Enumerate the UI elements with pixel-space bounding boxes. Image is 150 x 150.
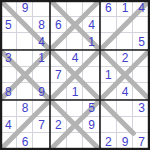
cell-r2c6[interactable]: 4 <box>83 17 100 34</box>
cell-r5c6[interactable] <box>83 67 100 84</box>
cell-r2c9[interactable] <box>133 17 150 34</box>
cell-r4c4[interactable] <box>50 50 67 67</box>
cell-r5c1[interactable] <box>0 67 17 84</box>
cell-r7c7[interactable] <box>100 100 117 117</box>
cell-r9c4[interactable] <box>50 133 67 150</box>
cell-r6c3[interactable]: 9 <box>33 83 50 100</box>
cell-r2c1[interactable]: 5 <box>0 17 17 34</box>
cell-r3c6[interactable]: 1 <box>83 33 100 50</box>
cell-r4c6[interactable] <box>83 50 100 67</box>
cell-r7c5[interactable] <box>67 100 84 117</box>
cell-r8c2[interactable] <box>17 117 34 134</box>
cell-r2c8[interactable] <box>117 17 134 34</box>
cell-r2c3[interactable]: 8 <box>33 17 50 34</box>
cell-r1c1[interactable] <box>0 0 17 17</box>
cell-r6c7[interactable] <box>100 83 117 100</box>
cell-r5c5[interactable] <box>67 67 84 84</box>
cell-r3c2[interactable] <box>17 33 34 50</box>
cell-r3c7[interactable] <box>100 33 117 50</box>
cell-r1c9[interactable]: 4 <box>133 0 150 17</box>
cell-r1c3[interactable] <box>33 0 50 17</box>
cell-r3c5[interactable] <box>67 33 84 50</box>
cell-r7c2[interactable]: 8 <box>17 100 34 117</box>
cell-r4c8[interactable]: 2 <box>117 50 134 67</box>
cell-grid: 96145864415314271891485347296297 <box>0 0 150 150</box>
cell-r1c6[interactable] <box>83 0 100 17</box>
cell-r4c2[interactable] <box>17 50 34 67</box>
cell-r1c8[interactable]: 1 <box>117 0 134 17</box>
cell-r7c9[interactable]: 3 <box>133 100 150 117</box>
cell-r1c4[interactable] <box>50 0 67 17</box>
cell-r9c2[interactable]: 6 <box>17 133 34 150</box>
cell-r8c1[interactable]: 4 <box>0 117 17 134</box>
cell-r4c1[interactable]: 3 <box>0 50 17 67</box>
cell-r5c3[interactable] <box>33 67 50 84</box>
cell-r9c9[interactable]: 7 <box>133 133 150 150</box>
cell-r4c3[interactable]: 1 <box>33 50 50 67</box>
cell-r5c2[interactable] <box>17 67 34 84</box>
cell-r7c4[interactable] <box>50 100 67 117</box>
cell-r9c6[interactable] <box>83 133 100 150</box>
cell-r3c1[interactable] <box>0 33 17 50</box>
cell-r6c1[interactable]: 8 <box>0 83 17 100</box>
cell-r6c6[interactable] <box>83 83 100 100</box>
cell-r2c5[interactable] <box>67 17 84 34</box>
cell-r7c6[interactable]: 5 <box>83 100 100 117</box>
cell-r9c1[interactable] <box>0 133 17 150</box>
cell-r8c3[interactable]: 7 <box>33 117 50 134</box>
cell-r5c7[interactable]: 1 <box>100 67 117 84</box>
cell-r8c6[interactable]: 9 <box>83 117 100 134</box>
cell-r3c4[interactable] <box>50 33 67 50</box>
cell-r7c3[interactable] <box>33 100 50 117</box>
cell-r9c7[interactable]: 2 <box>100 133 117 150</box>
cell-r5c8[interactable] <box>117 67 134 84</box>
cell-r7c1[interactable] <box>0 100 17 117</box>
cell-r6c2[interactable] <box>17 83 34 100</box>
cell-r2c7[interactable] <box>100 17 117 34</box>
cell-r2c2[interactable] <box>17 17 34 34</box>
cell-r9c3[interactable] <box>33 133 50 150</box>
cell-r4c5[interactable]: 4 <box>67 50 84 67</box>
cell-r4c7[interactable] <box>100 50 117 67</box>
cell-r8c7[interactable] <box>100 117 117 134</box>
cell-r8c5[interactable] <box>67 117 84 134</box>
cell-r3c3[interactable]: 4 <box>33 33 50 50</box>
cell-r4c9[interactable] <box>133 50 150 67</box>
cell-r8c9[interactable] <box>133 117 150 134</box>
cell-r7c8[interactable] <box>117 100 134 117</box>
cell-r3c8[interactable] <box>117 33 134 50</box>
sudoku-board: 96145864415314271891485347296297 <box>0 0 150 150</box>
cell-r1c2[interactable]: 9 <box>17 0 34 17</box>
cell-r1c5[interactable] <box>67 0 84 17</box>
cell-r2c4[interactable]: 6 <box>50 17 67 34</box>
cell-r8c4[interactable]: 2 <box>50 117 67 134</box>
cell-r8c8[interactable] <box>117 117 134 134</box>
cell-r9c5[interactable] <box>67 133 84 150</box>
cell-r1c7[interactable]: 6 <box>100 0 117 17</box>
cell-r6c4[interactable] <box>50 83 67 100</box>
cell-r6c5[interactable]: 1 <box>67 83 84 100</box>
cell-r6c9[interactable] <box>133 83 150 100</box>
cell-r5c4[interactable]: 7 <box>50 67 67 84</box>
cell-r3c9[interactable]: 5 <box>133 33 150 50</box>
cell-r9c8[interactable]: 9 <box>117 133 134 150</box>
cell-r5c9[interactable] <box>133 67 150 84</box>
cell-r6c8[interactable]: 4 <box>117 83 134 100</box>
